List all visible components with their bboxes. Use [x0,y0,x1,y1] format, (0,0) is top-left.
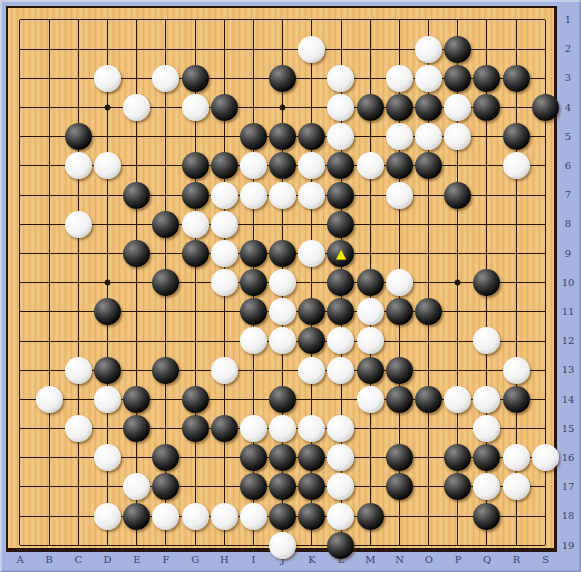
intersection-K12[interactable] [297,326,326,355]
intersection-P7[interactable] [443,181,472,210]
intersection-A12[interactable] [5,326,34,355]
intersection-K15[interactable] [297,414,326,443]
intersection-H12[interactable] [210,326,239,355]
intersection-B8[interactable] [35,210,64,239]
intersection-S1[interactable] [531,5,560,34]
intersection-P14[interactable] [443,385,472,414]
intersection-R3[interactable] [502,64,531,93]
intersection-A8[interactable] [5,210,34,239]
intersection-C16[interactable] [64,443,93,472]
intersection-B14[interactable] [35,385,64,414]
intersection-M12[interactable] [356,326,385,355]
intersection-E9[interactable] [122,239,151,268]
intersection-H13[interactable] [210,356,239,385]
intersection-R6[interactable] [502,151,531,180]
intersection-F5[interactable] [151,122,180,151]
intersection-F16[interactable] [151,443,180,472]
intersection-L18[interactable] [326,502,355,531]
intersection-B13[interactable] [35,356,64,385]
intersection-H14[interactable] [210,385,239,414]
intersection-G3[interactable] [181,64,210,93]
intersection-M6[interactable] [356,151,385,180]
intersection-K13[interactable] [297,356,326,385]
intersection-A7[interactable] [5,181,34,210]
intersection-D16[interactable] [93,443,122,472]
intersection-P18[interactable] [443,502,472,531]
intersection-S2[interactable] [531,35,560,64]
intersection-Q2[interactable] [472,35,501,64]
intersection-J14[interactable] [268,385,297,414]
intersection-C7[interactable] [64,181,93,210]
intersection-L11[interactable] [326,297,355,326]
intersection-I17[interactable] [239,472,268,501]
intersection-Q12[interactable] [472,326,501,355]
intersection-E13[interactable] [122,356,151,385]
intersection-K6[interactable] [297,151,326,180]
intersection-C8[interactable] [64,210,93,239]
intersection-Q11[interactable] [472,297,501,326]
intersection-D9[interactable] [93,239,122,268]
intersection-P10[interactable] [443,268,472,297]
intersection-N18[interactable] [385,502,414,531]
intersection-P6[interactable] [443,151,472,180]
intersection-Q14[interactable] [472,385,501,414]
intersection-D14[interactable] [93,385,122,414]
intersection-R4[interactable] [502,93,531,122]
intersection-S8[interactable] [531,210,560,239]
intersection-O2[interactable] [414,35,443,64]
intersection-A4[interactable] [5,93,34,122]
intersection-M14[interactable] [356,385,385,414]
intersection-P16[interactable] [443,443,472,472]
intersection-R8[interactable] [502,210,531,239]
intersection-G5[interactable] [181,122,210,151]
intersection-M13[interactable] [356,356,385,385]
intersection-O16[interactable] [414,443,443,472]
intersection-A5[interactable] [5,122,34,151]
intersection-G14[interactable] [181,385,210,414]
intersection-O14[interactable] [414,385,443,414]
intersection-H9[interactable] [210,239,239,268]
intersection-E12[interactable] [122,326,151,355]
intersection-J2[interactable] [268,35,297,64]
intersection-N13[interactable] [385,356,414,385]
intersection-M4[interactable] [356,93,385,122]
intersection-R18[interactable] [502,502,531,531]
intersection-K1[interactable] [297,5,326,34]
intersection-I12[interactable] [239,326,268,355]
intersection-K16[interactable] [297,443,326,472]
intersection-N16[interactable] [385,443,414,472]
intersection-O13[interactable] [414,356,443,385]
intersection-C17[interactable] [64,472,93,501]
intersection-G1[interactable] [181,5,210,34]
intersection-M5[interactable] [356,122,385,151]
intersection-J5[interactable] [268,122,297,151]
intersection-S7[interactable] [531,181,560,210]
intersection-J16[interactable] [268,443,297,472]
intersection-S3[interactable] [531,64,560,93]
intersection-M15[interactable] [356,414,385,443]
intersection-G9[interactable] [181,239,210,268]
intersection-A16[interactable] [5,443,34,472]
intersection-J4[interactable] [268,93,297,122]
intersection-O8[interactable] [414,210,443,239]
intersection-A2[interactable] [5,35,34,64]
intersection-S17[interactable] [531,472,560,501]
intersection-A14[interactable] [5,385,34,414]
intersection-O4[interactable] [414,93,443,122]
intersection-L8[interactable] [326,210,355,239]
intersection-D3[interactable] [93,64,122,93]
intersection-C9[interactable] [64,239,93,268]
intersection-B10[interactable] [35,268,64,297]
intersection-J11[interactable] [268,297,297,326]
intersection-P5[interactable] [443,122,472,151]
intersection-K2[interactable] [297,35,326,64]
intersection-N4[interactable] [385,93,414,122]
intersection-I18[interactable] [239,502,268,531]
intersection-D17[interactable] [93,472,122,501]
intersection-O17[interactable] [414,472,443,501]
intersection-Q8[interactable] [472,210,501,239]
intersection-Q18[interactable] [472,502,501,531]
intersection-F1[interactable] [151,5,180,34]
intersection-S5[interactable] [531,122,560,151]
intersection-L17[interactable] [326,472,355,501]
intersection-S12[interactable] [531,326,560,355]
intersection-Q17[interactable] [472,472,501,501]
intersection-D13[interactable] [93,356,122,385]
intersection-G7[interactable] [181,181,210,210]
intersection-I2[interactable] [239,35,268,64]
intersection-S10[interactable] [531,268,560,297]
intersection-I9[interactable] [239,239,268,268]
intersection-N11[interactable] [385,297,414,326]
intersection-S14[interactable] [531,385,560,414]
intersection-J6[interactable] [268,151,297,180]
intersection-J9[interactable] [268,239,297,268]
intersection-E3[interactable] [122,64,151,93]
intersection-H2[interactable] [210,35,239,64]
intersection-H7[interactable] [210,181,239,210]
intersection-R2[interactable] [502,35,531,64]
intersection-A6[interactable] [5,151,34,180]
intersection-K7[interactable] [297,181,326,210]
intersection-P15[interactable] [443,414,472,443]
intersection-M1[interactable] [356,5,385,34]
intersection-O5[interactable] [414,122,443,151]
intersection-D18[interactable] [93,502,122,531]
intersection-P17[interactable] [443,472,472,501]
intersection-R9[interactable] [502,239,531,268]
intersection-F7[interactable] [151,181,180,210]
intersection-N10[interactable] [385,268,414,297]
intersection-G18[interactable] [181,502,210,531]
intersection-D7[interactable] [93,181,122,210]
intersection-J10[interactable] [268,268,297,297]
intersection-N12[interactable] [385,326,414,355]
intersection-S16[interactable] [531,443,560,472]
intersection-L12[interactable] [326,326,355,355]
intersection-O18[interactable] [414,502,443,531]
intersection-C18[interactable] [64,502,93,531]
intersection-B9[interactable] [35,239,64,268]
intersection-G12[interactable] [181,326,210,355]
intersection-L19[interactable] [326,531,355,560]
intersection-Q15[interactable] [472,414,501,443]
intersection-F14[interactable] [151,385,180,414]
intersection-Q6[interactable] [472,151,501,180]
intersection-G8[interactable] [181,210,210,239]
intersection-P1[interactable] [443,5,472,34]
intersection-H3[interactable] [210,64,239,93]
intersection-C3[interactable] [64,64,93,93]
intersection-A10[interactable] [5,268,34,297]
intersection-K18[interactable] [297,502,326,531]
intersection-E1[interactable] [122,5,151,34]
intersection-I11[interactable] [239,297,268,326]
intersection-D11[interactable] [93,297,122,326]
intersection-E15[interactable] [122,414,151,443]
intersection-J12[interactable] [268,326,297,355]
intersection-O7[interactable] [414,181,443,210]
intersection-A18[interactable] [5,502,34,531]
intersection-F6[interactable] [151,151,180,180]
intersection-D2[interactable] [93,35,122,64]
intersection-C14[interactable] [64,385,93,414]
intersection-B5[interactable] [35,122,64,151]
intersection-E14[interactable] [122,385,151,414]
intersection-O10[interactable] [414,268,443,297]
intersection-C1[interactable] [64,5,93,34]
intersection-R13[interactable] [502,356,531,385]
intersection-C5[interactable] [64,122,93,151]
intersection-C12[interactable] [64,326,93,355]
intersection-O9[interactable] [414,239,443,268]
intersection-K9[interactable] [297,239,326,268]
intersection-J7[interactable] [268,181,297,210]
intersection-K5[interactable] [297,122,326,151]
intersection-J13[interactable] [268,356,297,385]
intersection-F17[interactable] [151,472,180,501]
intersection-Q5[interactable] [472,122,501,151]
intersection-I5[interactable] [239,122,268,151]
intersection-H6[interactable] [210,151,239,180]
intersection-I3[interactable] [239,64,268,93]
intersection-A1[interactable] [5,5,34,34]
intersection-I4[interactable] [239,93,268,122]
intersection-M11[interactable] [356,297,385,326]
intersection-L15[interactable] [326,414,355,443]
intersection-B15[interactable] [35,414,64,443]
intersection-R17[interactable] [502,472,531,501]
intersection-G2[interactable] [181,35,210,64]
intersection-H15[interactable] [210,414,239,443]
intersection-K14[interactable] [297,385,326,414]
intersection-B18[interactable] [35,502,64,531]
intersection-J3[interactable] [268,64,297,93]
intersection-H1[interactable] [210,5,239,34]
intersection-R14[interactable] [502,385,531,414]
intersection-L14[interactable] [326,385,355,414]
intersection-G6[interactable] [181,151,210,180]
intersection-F4[interactable] [151,93,180,122]
intersection-F12[interactable] [151,326,180,355]
intersection-N9[interactable] [385,239,414,268]
intersection-Q4[interactable] [472,93,501,122]
intersection-S11[interactable] [531,297,560,326]
intersection-B2[interactable] [35,35,64,64]
intersection-M9[interactable] [356,239,385,268]
intersection-C15[interactable] [64,414,93,443]
intersection-H16[interactable] [210,443,239,472]
intersection-S4[interactable] [531,93,560,122]
intersection-K17[interactable] [297,472,326,501]
intersection-J1[interactable] [268,5,297,34]
intersection-M17[interactable] [356,472,385,501]
intersection-O12[interactable] [414,326,443,355]
intersection-N14[interactable] [385,385,414,414]
intersection-B16[interactable] [35,443,64,472]
intersection-A15[interactable] [5,414,34,443]
intersection-O6[interactable] [414,151,443,180]
intersection-D5[interactable] [93,122,122,151]
intersection-D4[interactable] [93,93,122,122]
intersection-G4[interactable] [181,93,210,122]
intersection-S13[interactable] [531,356,560,385]
intersection-E4[interactable] [122,93,151,122]
intersection-B17[interactable] [35,472,64,501]
intersection-B3[interactable] [35,64,64,93]
intersection-F11[interactable] [151,297,180,326]
intersection-J18[interactable] [268,502,297,531]
intersection-M18[interactable] [356,502,385,531]
intersection-D8[interactable] [93,210,122,239]
intersection-Q7[interactable] [472,181,501,210]
intersection-H5[interactable] [210,122,239,151]
intersection-E6[interactable] [122,151,151,180]
intersection-H8[interactable] [210,210,239,239]
intersection-B4[interactable] [35,93,64,122]
intersection-L16[interactable] [326,443,355,472]
intersection-G17[interactable] [181,472,210,501]
intersection-A9[interactable] [5,239,34,268]
intersection-H10[interactable] [210,268,239,297]
intersection-H4[interactable] [210,93,239,122]
intersection-C11[interactable] [64,297,93,326]
intersection-R11[interactable] [502,297,531,326]
intersection-L13[interactable] [326,356,355,385]
intersection-I10[interactable] [239,268,268,297]
intersection-P2[interactable] [443,35,472,64]
intersection-P13[interactable] [443,356,472,385]
intersection-Q1[interactable] [472,5,501,34]
intersection-R10[interactable] [502,268,531,297]
intersection-I14[interactable] [239,385,268,414]
intersection-B11[interactable] [35,297,64,326]
intersection-S6[interactable] [531,151,560,180]
intersection-N6[interactable] [385,151,414,180]
intersection-N8[interactable] [385,210,414,239]
intersection-B7[interactable] [35,181,64,210]
intersection-F10[interactable] [151,268,180,297]
intersection-P4[interactable] [443,93,472,122]
intersection-J8[interactable] [268,210,297,239]
intersection-K10[interactable] [297,268,326,297]
intersection-C6[interactable] [64,151,93,180]
intersection-O11[interactable] [414,297,443,326]
intersection-G10[interactable] [181,268,210,297]
intersection-R1[interactable] [502,5,531,34]
intersection-P11[interactable] [443,297,472,326]
intersection-N5[interactable] [385,122,414,151]
intersection-M3[interactable] [356,64,385,93]
intersection-G11[interactable] [181,297,210,326]
intersection-B12[interactable] [35,326,64,355]
intersection-E16[interactable] [122,443,151,472]
intersection-D10[interactable] [93,268,122,297]
intersection-N1[interactable] [385,5,414,34]
intersection-P9[interactable] [443,239,472,268]
intersection-N17[interactable] [385,472,414,501]
intersection-Q9[interactable] [472,239,501,268]
intersection-L4[interactable] [326,93,355,122]
intersection-A13[interactable] [5,356,34,385]
intersection-S15[interactable] [531,414,560,443]
intersection-G15[interactable] [181,414,210,443]
intersection-N2[interactable] [385,35,414,64]
intersection-I13[interactable] [239,356,268,385]
intersection-S18[interactable] [531,502,560,531]
intersection-R5[interactable] [502,122,531,151]
intersection-I6[interactable] [239,151,268,180]
intersection-N3[interactable] [385,64,414,93]
intersection-A17[interactable] [5,472,34,501]
intersection-D6[interactable] [93,151,122,180]
intersection-B1[interactable] [35,5,64,34]
intersection-E7[interactable] [122,181,151,210]
intersection-E2[interactable] [122,35,151,64]
intersection-A11[interactable] [5,297,34,326]
intersection-L1[interactable] [326,5,355,34]
intersection-I7[interactable] [239,181,268,210]
intersection-O15[interactable] [414,414,443,443]
intersection-S9[interactable] [531,239,560,268]
intersection-J17[interactable] [268,472,297,501]
intersection-P3[interactable] [443,64,472,93]
intersection-L2[interactable] [326,35,355,64]
intersection-L7[interactable] [326,181,355,210]
intersection-E18[interactable] [122,502,151,531]
intersection-M8[interactable] [356,210,385,239]
intersection-E10[interactable] [122,268,151,297]
intersection-L6[interactable] [326,151,355,180]
intersection-O3[interactable] [414,64,443,93]
intersection-M16[interactable] [356,443,385,472]
intersection-F8[interactable] [151,210,180,239]
intersection-L10[interactable] [326,268,355,297]
intersection-H11[interactable] [210,297,239,326]
intersection-C13[interactable] [64,356,93,385]
intersection-K3[interactable] [297,64,326,93]
intersection-C4[interactable] [64,93,93,122]
intersection-A3[interactable] [5,64,34,93]
intersection-H18[interactable] [210,502,239,531]
intersection-I8[interactable] [239,210,268,239]
intersection-D1[interactable] [93,5,122,34]
intersection-N15[interactable] [385,414,414,443]
